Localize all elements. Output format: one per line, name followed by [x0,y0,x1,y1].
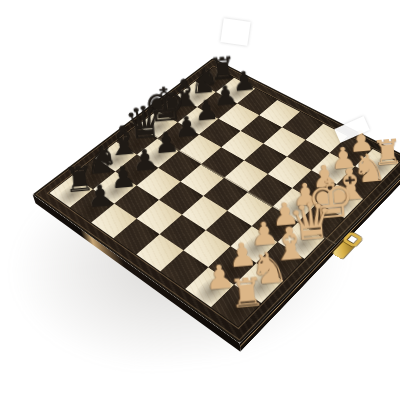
piece-black-pawn: ♟ [66,179,134,214]
piece-white-rook: ♜ [207,270,284,316]
photo-scene: ♜♞♝♛♚♝♞♜♟♟♟♟♟♟♟♟♟♟♟♟♟♟♟♟♜♞♝♛♚♝♞♜ [0,0,400,400]
square-a1: ♜ [211,285,261,327]
packaging-tag-black-side [220,18,250,46]
board-squares: ♜♞♝♛♚♝♞♜♟♟♟♟♟♟♟♟♟♟♟♟♟♟♟♟♜♞♝♛♚♝♞♜ [49,67,398,326]
chess-board: ♜♞♝♛♚♝♞♜♟♟♟♟♟♟♟♟♟♟♟♟♟♟♟♟♜♞♝♛♚♝♞♜ [33,58,400,344]
product-photo: ♜♞♝♛♚♝♞♜♟♟♟♟♟♟♟♟♟♟♟♟♟♟♟♟♜♞♝♛♚♝♞♜ [0,0,400,400]
